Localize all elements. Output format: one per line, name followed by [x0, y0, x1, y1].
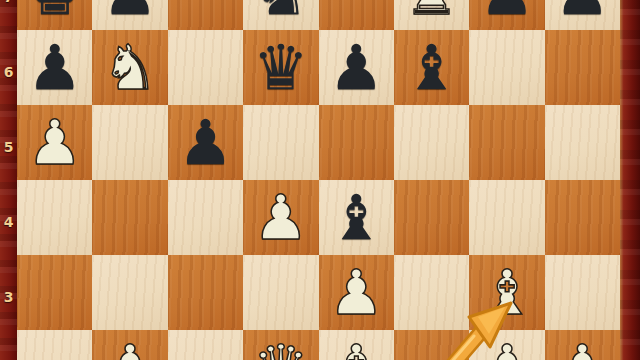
black-pawn-c5[interactable]: ♟ — [178, 105, 234, 180]
square-c3[interactable] — [168, 255, 243, 330]
square-e3[interactable]: ♟ — [319, 255, 394, 330]
square-e7[interactable] — [319, 0, 394, 30]
square-d2[interactable]: ♛ — [243, 330, 318, 360]
black-king-a7[interactable]: ♚ — [27, 0, 83, 30]
square-h6[interactable] — [545, 30, 620, 105]
white-pawn-d4[interactable]: ♟ — [253, 180, 309, 255]
square-h7[interactable]: ♟ — [545, 0, 620, 30]
board-left-border: 765432 — [0, 0, 17, 360]
square-g5[interactable] — [469, 105, 544, 180]
square-b2[interactable]: ♟ — [92, 330, 167, 360]
square-h2[interactable]: ♟ — [545, 330, 620, 360]
black-pawn-a6[interactable]: ♟ — [27, 30, 83, 105]
square-c4[interactable] — [168, 180, 243, 255]
square-a7[interactable]: ♚ — [17, 0, 92, 30]
square-g2[interactable]: ♟ — [469, 330, 544, 360]
square-f4[interactable] — [394, 180, 469, 255]
square-f5[interactable] — [394, 105, 469, 180]
square-c7[interactable] — [168, 0, 243, 30]
square-c6[interactable] — [168, 30, 243, 105]
square-d4[interactable]: ♟ — [243, 180, 318, 255]
black-pawn-b7[interactable]: ♟ — [102, 0, 158, 30]
square-d7[interactable]: ♞ — [243, 0, 318, 30]
square-b7[interactable]: ♟ — [92, 0, 167, 30]
square-a5[interactable]: ♟ — [17, 105, 92, 180]
black-pawn-h7[interactable]: ♟ — [555, 0, 611, 30]
square-d5[interactable] — [243, 105, 318, 180]
black-queen-d6[interactable]: ♛ — [253, 30, 309, 105]
chess-video-frame: ♚♟♞♜♟♟♟♞♛♟♝♟♟♟♝♟♝♟♛♝♟♟ 765432 — [0, 0, 640, 360]
black-knight-d7[interactable]: ♞ — [253, 0, 309, 30]
square-c2[interactable] — [168, 330, 243, 360]
square-c5[interactable]: ♟ — [168, 105, 243, 180]
square-g3[interactable]: ♝ — [469, 255, 544, 330]
square-b4[interactable] — [92, 180, 167, 255]
white-pawn-h2[interactable]: ♟ — [555, 330, 611, 360]
square-g4[interactable] — [469, 180, 544, 255]
square-a3[interactable] — [17, 255, 92, 330]
black-bishop-f6[interactable]: ♝ — [404, 30, 460, 105]
square-e6[interactable]: ♟ — [319, 30, 394, 105]
white-pawn-e3[interactable]: ♟ — [328, 255, 384, 330]
square-d3[interactable] — [243, 255, 318, 330]
rank-label-7: 7 — [0, 0, 17, 6]
square-b5[interactable] — [92, 105, 167, 180]
square-a4[interactable] — [17, 180, 92, 255]
rank-label-4: 4 — [0, 213, 17, 231]
white-knight-b6[interactable]: ♞ — [102, 30, 158, 105]
board-right-border — [620, 0, 640, 360]
white-bishop-e2[interactable]: ♝ — [328, 330, 384, 360]
black-pawn-e6[interactable]: ♟ — [328, 30, 384, 105]
black-bishop-e4[interactable]: ♝ — [328, 180, 384, 255]
white-pawn-b2[interactable]: ♟ — [102, 330, 158, 360]
square-d6[interactable]: ♛ — [243, 30, 318, 105]
white-pawn-a5[interactable]: ♟ — [27, 105, 83, 180]
black-pawn-g7[interactable]: ♟ — [479, 0, 535, 30]
square-a2[interactable] — [17, 330, 92, 360]
rank-label-3: 3 — [0, 288, 17, 306]
square-e4[interactable]: ♝ — [319, 180, 394, 255]
chessboard: ♚♟♞♜♟♟♟♞♛♟♝♟♟♟♝♟♝♟♛♝♟♟ — [17, 0, 620, 360]
square-b3[interactable] — [92, 255, 167, 330]
square-g7[interactable]: ♟ — [469, 0, 544, 30]
white-queen-d2[interactable]: ♛ — [253, 330, 309, 360]
rank-label-6: 6 — [0, 63, 17, 81]
rank-label-5: 5 — [0, 138, 17, 156]
square-h3[interactable] — [545, 255, 620, 330]
square-e5[interactable] — [319, 105, 394, 180]
square-f2[interactable] — [394, 330, 469, 360]
square-e2[interactable]: ♝ — [319, 330, 394, 360]
square-h4[interactable] — [545, 180, 620, 255]
square-a6[interactable]: ♟ — [17, 30, 92, 105]
square-f6[interactable]: ♝ — [394, 30, 469, 105]
white-rook-f7[interactable]: ♜ — [404, 0, 460, 30]
square-f3[interactable] — [394, 255, 469, 330]
square-f7[interactable]: ♜ — [394, 0, 469, 30]
square-g6[interactable] — [469, 30, 544, 105]
square-h5[interactable] — [545, 105, 620, 180]
square-b6[interactable]: ♞ — [92, 30, 167, 105]
white-bishop-g3[interactable]: ♝ — [479, 255, 535, 330]
white-pawn-g2[interactable]: ♟ — [479, 330, 535, 360]
